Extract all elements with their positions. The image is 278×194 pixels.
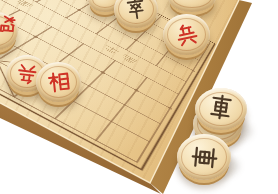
xiangqi-product-photo: 楚河 漢界 卒 炮 兵 相 兵 車 車 <box>0 0 278 194</box>
chariot-ju-char-icon <box>189 142 218 171</box>
river-etching-right <box>104 45 137 64</box>
piece-red-cannon-edge <box>0 12 18 50</box>
cannon-pao-char-icon <box>0 12 18 36</box>
chariot-ju-char-icon <box>206 92 235 121</box>
river-etching-left <box>0 0 33 8</box>
piece-black-chariot-stack <box>195 88 247 130</box>
piece-black-chariot-single <box>177 134 231 180</box>
soldier-zu-char-icon <box>124 0 149 21</box>
elephant-xiang-char-icon <box>45 69 71 95</box>
piece-red-soldier-right <box>163 14 210 55</box>
soldier-bing-char-icon <box>172 20 200 48</box>
piece-red-elephant <box>36 62 81 102</box>
piece-black-soldier-top <box>114 0 158 28</box>
